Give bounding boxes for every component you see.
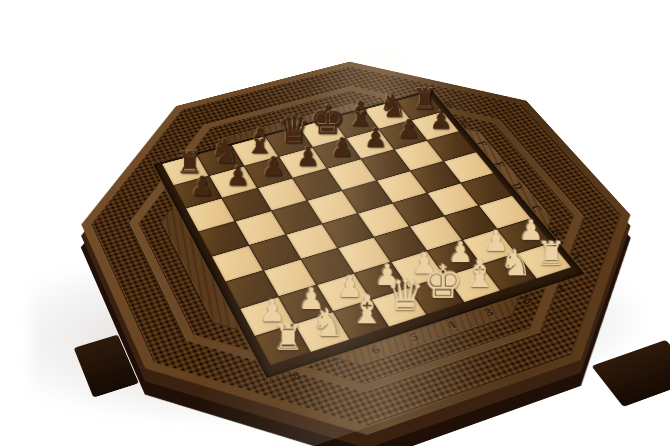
piece-black-pawn[interactable]: ♟: [254, 153, 291, 180]
piece-white-knight[interactable]: ♞: [495, 245, 535, 281]
photo-scene: HGFEDCBA 87654321 ♜♞♝♛♚♝♞♜♟♟♟♟♟♟♟♟♟♟♟♟♟♟…: [0, 0, 670, 446]
piece-white-bishop[interactable]: ♝: [459, 255, 499, 293]
piece-white-rook[interactable]: ♜: [267, 320, 309, 355]
piece-black-pawn[interactable]: ♟: [390, 116, 425, 142]
piece-white-queen[interactable]: ♛: [384, 274, 425, 317]
square-c4[interactable]: [286, 224, 337, 258]
piece-white-rook[interactable]: ♜: [531, 237, 571, 270]
piece-black-pawn[interactable]: ♟: [357, 125, 393, 151]
piece-white-bishop[interactable]: ♝: [346, 290, 387, 329]
piece-black-pawn[interactable]: ♟: [323, 135, 359, 161]
piece-black-pawn[interactable]: ♟: [289, 144, 325, 170]
piece-white-king[interactable]: ♚: [422, 259, 463, 305]
piece-black-pawn[interactable]: ♟: [183, 173, 220, 200]
piece-black-pawn[interactable]: ♟: [219, 163, 256, 190]
square-c5[interactable]: [271, 201, 320, 234]
piece-black-pawn[interactable]: ♟: [423, 107, 458, 133]
piece-white-knight[interactable]: ♞: [307, 304, 349, 342]
